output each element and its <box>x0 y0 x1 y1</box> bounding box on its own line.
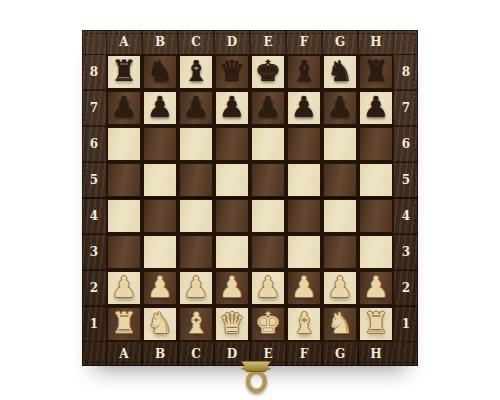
file-label-bottom-B: B <box>142 342 178 366</box>
square-f7[interactable]: ♟ <box>286 90 322 126</box>
rank-label-right-6: 6 <box>394 126 418 162</box>
piece-white-bishop: ♝ <box>291 309 317 338</box>
rank-label-left-1: 1 <box>82 306 106 342</box>
piece-white-rook: ♜ <box>111 309 137 338</box>
square-f2[interactable]: ♟ <box>286 270 322 306</box>
square-c7[interactable]: ♟ <box>178 90 214 126</box>
square-e7[interactable]: ♟ <box>250 90 286 126</box>
rank-label-right-7: 7 <box>394 90 418 126</box>
square-b5[interactable] <box>142 162 178 198</box>
piece-black-pawn: ♟ <box>363 93 389 122</box>
square-g5[interactable] <box>322 162 358 198</box>
square-e2[interactable]: ♟ <box>250 270 286 306</box>
square-d7[interactable]: ♟ <box>214 90 250 126</box>
clasp-ring-icon <box>246 370 267 393</box>
piece-white-pawn: ♟ <box>291 273 317 302</box>
rank-label-right-4: 4 <box>394 198 418 234</box>
square-h2[interactable]: ♟ <box>358 270 394 306</box>
square-a3[interactable] <box>106 234 142 270</box>
square-g7[interactable]: ♟ <box>322 90 358 126</box>
square-a8[interactable]: ♜ <box>106 54 142 90</box>
file-label-top-E: E <box>250 30 286 54</box>
square-d2[interactable]: ♟ <box>214 270 250 306</box>
square-a7[interactable]: ♟ <box>106 90 142 126</box>
square-g3[interactable] <box>322 234 358 270</box>
piece-black-bishop: ♝ <box>183 57 209 86</box>
rank-label-left-3: 3 <box>82 234 106 270</box>
square-f3[interactable] <box>286 234 322 270</box>
piece-black-bishop: ♝ <box>291 57 317 86</box>
product-photo-background: ABCDEFGH8♜♞♝♛♚♝♞♜87♟♟♟♟♟♟♟♟7665544332♟♟♟… <box>0 0 500 400</box>
piece-white-pawn: ♟ <box>183 273 209 302</box>
file-label-bottom-F: F <box>286 342 322 366</box>
square-b4[interactable] <box>142 198 178 234</box>
square-b2[interactable]: ♟ <box>142 270 178 306</box>
piece-black-king: ♚ <box>255 57 281 86</box>
brass-clasp <box>239 361 273 393</box>
rank-label-right-8: 8 <box>394 54 418 90</box>
file-label-top-C: C <box>178 30 214 54</box>
piece-white-queen: ♛ <box>219 309 245 338</box>
rank-label-right-2: 2 <box>394 270 418 306</box>
rank-label-right-5: 5 <box>394 162 418 198</box>
frame-corner <box>82 342 106 366</box>
square-g4[interactable] <box>322 198 358 234</box>
piece-black-pawn: ♟ <box>147 93 173 122</box>
square-c1[interactable]: ♝ <box>178 306 214 342</box>
piece-black-pawn: ♟ <box>291 93 317 122</box>
piece-black-rook: ♜ <box>111 57 137 86</box>
square-h6[interactable] <box>358 126 394 162</box>
square-a1[interactable]: ♜ <box>106 306 142 342</box>
square-h7[interactable]: ♟ <box>358 90 394 126</box>
piece-white-pawn: ♟ <box>255 273 281 302</box>
square-e5[interactable] <box>250 162 286 198</box>
frame-corner <box>394 342 418 366</box>
square-c5[interactable] <box>178 162 214 198</box>
file-label-bottom-H: H <box>358 342 394 366</box>
piece-white-pawn: ♟ <box>147 273 173 302</box>
piece-white-pawn: ♟ <box>363 273 389 302</box>
square-g2[interactable]: ♟ <box>322 270 358 306</box>
square-c2[interactable]: ♟ <box>178 270 214 306</box>
square-h3[interactable] <box>358 234 394 270</box>
square-e1[interactable]: ♚ <box>250 306 286 342</box>
square-g8[interactable]: ♞ <box>322 54 358 90</box>
square-c4[interactable] <box>178 198 214 234</box>
file-label-bottom-A: A <box>106 342 142 366</box>
file-label-top-H: H <box>358 30 394 54</box>
piece-white-knight: ♞ <box>327 309 353 338</box>
square-g1[interactable]: ♞ <box>322 306 358 342</box>
frame-corner <box>82 30 106 54</box>
piece-black-knight: ♞ <box>327 57 353 86</box>
square-b7[interactable]: ♟ <box>142 90 178 126</box>
piece-white-rook: ♜ <box>363 309 389 338</box>
square-a4[interactable] <box>106 198 142 234</box>
piece-white-king: ♚ <box>255 309 281 338</box>
file-label-top-F: F <box>286 30 322 54</box>
square-c8[interactable]: ♝ <box>178 54 214 90</box>
square-d4[interactable] <box>214 198 250 234</box>
rank-label-right-1: 1 <box>394 306 418 342</box>
rank-label-left-5: 5 <box>82 162 106 198</box>
square-h5[interactable] <box>358 162 394 198</box>
piece-black-pawn: ♟ <box>219 93 245 122</box>
square-e4[interactable] <box>250 198 286 234</box>
piece-white-pawn: ♟ <box>219 273 245 302</box>
piece-black-queen: ♛ <box>219 57 245 86</box>
rank-label-left-4: 4 <box>82 198 106 234</box>
square-f1[interactable]: ♝ <box>286 306 322 342</box>
square-a5[interactable] <box>106 162 142 198</box>
square-c3[interactable] <box>178 234 214 270</box>
square-d5[interactable] <box>214 162 250 198</box>
square-b6[interactable] <box>142 126 178 162</box>
square-h4[interactable] <box>358 198 394 234</box>
piece-black-pawn: ♟ <box>327 93 353 122</box>
piece-black-pawn: ♟ <box>183 93 209 122</box>
chess-board: ABCDEFGH8♜♞♝♛♚♝♞♜87♟♟♟♟♟♟♟♟7665544332♟♟♟… <box>82 30 418 366</box>
rank-label-left-6: 6 <box>82 126 106 162</box>
rank-label-right-3: 3 <box>394 234 418 270</box>
piece-black-knight: ♞ <box>147 57 173 86</box>
piece-white-pawn: ♟ <box>111 273 137 302</box>
file-label-top-A: A <box>106 30 142 54</box>
square-h8[interactable]: ♜ <box>358 54 394 90</box>
square-d1[interactable]: ♛ <box>214 306 250 342</box>
square-h1[interactable]: ♜ <box>358 306 394 342</box>
square-g6[interactable] <box>322 126 358 162</box>
square-b3[interactable] <box>142 234 178 270</box>
square-c6[interactable] <box>178 126 214 162</box>
square-e3[interactable] <box>250 234 286 270</box>
rank-label-left-7: 7 <box>82 90 106 126</box>
square-d3[interactable] <box>214 234 250 270</box>
square-f6[interactable] <box>286 126 322 162</box>
square-f5[interactable] <box>286 162 322 198</box>
frame-corner <box>394 30 418 54</box>
square-d8[interactable]: ♛ <box>214 54 250 90</box>
clasp-plate-icon <box>241 361 271 372</box>
square-f8[interactable]: ♝ <box>286 54 322 90</box>
chess-board-grid: ABCDEFGH8♜♞♝♛♚♝♞♜87♟♟♟♟♟♟♟♟7665544332♟♟♟… <box>82 30 418 366</box>
file-label-top-D: D <box>214 30 250 54</box>
rank-label-left-8: 8 <box>82 54 106 90</box>
file-label-top-G: G <box>322 30 358 54</box>
square-b8[interactable]: ♞ <box>142 54 178 90</box>
piece-white-bishop: ♝ <box>183 309 209 338</box>
square-e8[interactable]: ♚ <box>250 54 286 90</box>
square-a2[interactable]: ♟ <box>106 270 142 306</box>
square-a6[interactable] <box>106 126 142 162</box>
file-label-bottom-G: G <box>322 342 358 366</box>
file-label-bottom-C: C <box>178 342 214 366</box>
rank-label-left-2: 2 <box>82 270 106 306</box>
piece-white-pawn: ♟ <box>327 273 353 302</box>
piece-black-rook: ♜ <box>363 57 389 86</box>
piece-black-pawn: ♟ <box>111 93 137 122</box>
square-e6[interactable] <box>250 126 286 162</box>
square-f4[interactable] <box>286 198 322 234</box>
square-d6[interactable] <box>214 126 250 162</box>
piece-black-pawn: ♟ <box>255 93 281 122</box>
file-label-top-B: B <box>142 30 178 54</box>
piece-white-knight: ♞ <box>147 309 173 338</box>
square-b1[interactable]: ♞ <box>142 306 178 342</box>
